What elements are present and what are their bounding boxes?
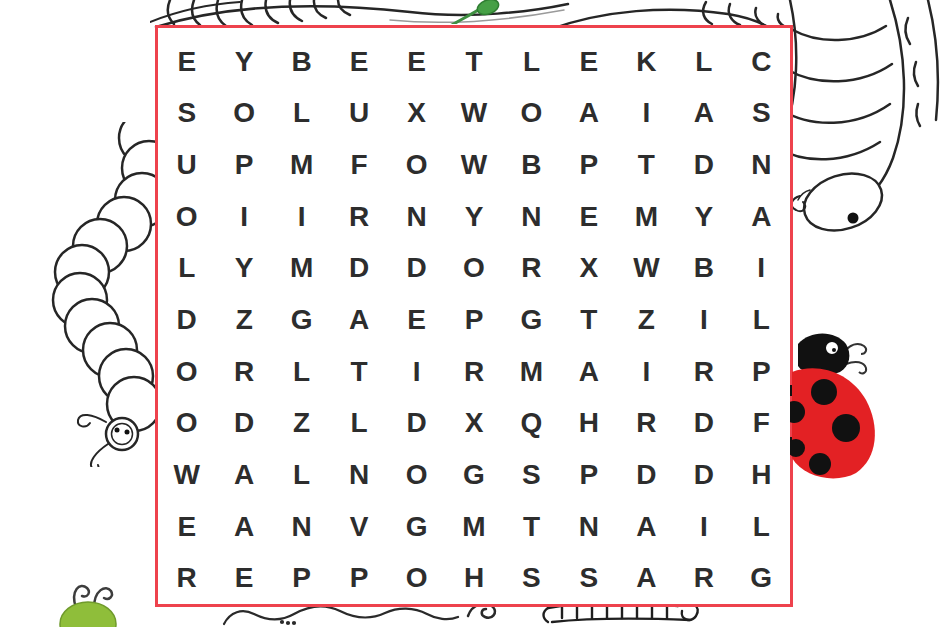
grid-cell[interactable]: I <box>618 88 675 140</box>
grid-cell[interactable]: P <box>445 294 502 346</box>
grid-cell[interactable]: H <box>560 397 617 449</box>
grid-cell[interactable]: L <box>273 346 330 398</box>
grid-cell[interactable]: W <box>445 88 502 140</box>
grid-cell[interactable]: T <box>445 36 502 88</box>
caterpillar-top-left-icon <box>150 0 570 28</box>
grid-cell[interactable]: D <box>675 397 732 449</box>
grid-cell[interactable]: L <box>733 501 790 553</box>
grid-cell[interactable]: A <box>560 88 617 140</box>
grid-cell[interactable]: V <box>330 501 387 553</box>
grid-cell[interactable]: T <box>330 346 387 398</box>
grid-cell[interactable]: A <box>560 346 617 398</box>
grid-cell[interactable]: B <box>675 243 732 295</box>
grid-cell[interactable]: W <box>445 139 502 191</box>
grid-cell[interactable]: X <box>560 243 617 295</box>
grid-cell[interactable]: D <box>330 243 387 295</box>
word-search-grid: EYBEETLEKLCSOLUXWOAIASUPMFOWBPTDNOIIRNYN… <box>155 25 793 607</box>
grid-cell[interactable]: O <box>158 191 215 243</box>
grid-cell[interactable]: M <box>503 346 560 398</box>
grid-cell[interactable]: L <box>675 36 732 88</box>
grid-cell[interactable]: N <box>330 449 387 501</box>
grid-cell[interactable]: N <box>388 191 445 243</box>
grid-cell[interactable]: L <box>503 36 560 88</box>
grid-cell[interactable]: P <box>330 552 387 604</box>
sprout-icon <box>440 0 500 24</box>
grid-cell[interactable]: O <box>388 449 445 501</box>
green-bug-head-icon <box>48 580 126 627</box>
grid-cell[interactable]: W <box>158 449 215 501</box>
grid-cell[interactable]: M <box>273 243 330 295</box>
grid-cell[interactable]: S <box>503 552 560 604</box>
grid-cell[interactable]: E <box>215 552 272 604</box>
grid-cell[interactable]: G <box>445 449 502 501</box>
grid-cell[interactable]: I <box>733 243 790 295</box>
grid-cell[interactable]: R <box>330 191 387 243</box>
word-search-puzzle: EYBEETLEKLCSOLUXWOAIASUPMFOWBPTDNOIIRNYN… <box>0 0 940 627</box>
grid-cell[interactable]: Q <box>503 397 560 449</box>
grid-cell[interactable]: D <box>215 397 272 449</box>
grid-cell[interactable]: G <box>388 501 445 553</box>
grid-cell[interactable]: R <box>675 346 732 398</box>
grid-cell[interactable]: I <box>618 346 675 398</box>
ladybird-icon <box>790 326 890 486</box>
grid-cell[interactable]: T <box>560 294 617 346</box>
grid-cell[interactable]: R <box>503 243 560 295</box>
grid-cell[interactable]: O <box>445 243 502 295</box>
grid-cell[interactable]: Y <box>445 191 502 243</box>
grid-cell[interactable]: L <box>158 243 215 295</box>
grid-cell[interactable]: I <box>388 346 445 398</box>
grid-cell[interactable]: H <box>445 552 502 604</box>
grid-cell[interactable]: N <box>273 501 330 553</box>
grid-cell[interactable]: I <box>215 191 272 243</box>
grid-cell[interactable]: R <box>158 552 215 604</box>
grid-cell[interactable]: L <box>733 294 790 346</box>
grid-cell[interactable]: O <box>503 88 560 140</box>
grid-cell[interactable]: S <box>733 88 790 140</box>
grid-cell[interactable]: F <box>330 139 387 191</box>
grid-cell[interactable]: A <box>618 501 675 553</box>
grid-cell[interactable]: W <box>618 243 675 295</box>
grid-cell[interactable]: O <box>158 346 215 398</box>
grid-cell[interactable]: D <box>675 449 732 501</box>
grid-cell[interactable]: D <box>388 397 445 449</box>
fuzzy-caterpillar-icon <box>46 122 170 467</box>
grid-cell[interactable]: E <box>330 36 387 88</box>
grid-cell[interactable]: D <box>675 139 732 191</box>
grid-cell[interactable]: A <box>215 501 272 553</box>
grid-cell[interactable]: R <box>445 346 502 398</box>
grid-cell[interactable]: N <box>560 501 617 553</box>
grid-cell[interactable]: X <box>445 397 502 449</box>
grid-cell[interactable]: B <box>273 36 330 88</box>
grid-cell[interactable]: B <box>503 139 560 191</box>
grid-cell[interactable]: O <box>158 397 215 449</box>
grid-cell[interactable]: D <box>158 294 215 346</box>
grid-cell[interactable]: I <box>675 501 732 553</box>
grid-cell[interactable]: E <box>560 36 617 88</box>
grid-cell[interactable]: D <box>618 449 675 501</box>
grid-cell[interactable]: E <box>388 294 445 346</box>
grid-cell[interactable]: C <box>733 36 790 88</box>
grid-cell[interactable]: M <box>273 139 330 191</box>
grid-cell[interactable]: U <box>158 139 215 191</box>
grid-cell[interactable]: P <box>560 449 617 501</box>
grid-cell[interactable]: O <box>388 139 445 191</box>
grid-cell[interactable]: A <box>733 191 790 243</box>
grid-cell[interactable]: P <box>560 139 617 191</box>
grid-cell[interactable]: A <box>618 552 675 604</box>
grid-cell[interactable]: L <box>330 397 387 449</box>
grid-cell[interactable]: S <box>158 88 215 140</box>
grid-cell[interactable]: G <box>273 294 330 346</box>
grid-cell[interactable]: G <box>503 294 560 346</box>
grid-cell[interactable]: Y <box>215 36 272 88</box>
grid-cell[interactable]: F <box>733 397 790 449</box>
grid-cell[interactable]: D <box>388 243 445 295</box>
grid-cell[interactable]: Z <box>273 397 330 449</box>
grid-cell[interactable]: E <box>560 191 617 243</box>
grid-cell[interactable]: I <box>675 294 732 346</box>
grid-cell[interactable]: G <box>733 552 790 604</box>
grid-cell[interactable]: R <box>215 346 272 398</box>
grid-cell[interactable]: T <box>618 139 675 191</box>
grid-cell[interactable]: L <box>273 449 330 501</box>
grid-cell[interactable]: L <box>273 88 330 140</box>
grid-cell[interactable]: X <box>388 88 445 140</box>
grid-cell[interactable]: U <box>330 88 387 140</box>
grid-cell[interactable]: O <box>388 552 445 604</box>
grid-cell[interactable]: R <box>675 552 732 604</box>
grid-cell[interactable]: T <box>503 501 560 553</box>
grid-cell[interactable]: N <box>733 139 790 191</box>
grid-cell[interactable]: P <box>215 139 272 191</box>
grid-cell[interactable]: P <box>733 346 790 398</box>
grid-cell[interactable]: O <box>215 88 272 140</box>
grid-cell[interactable]: A <box>675 88 732 140</box>
grid-cell[interactable]: E <box>158 501 215 553</box>
grid-cell[interactable]: A <box>215 449 272 501</box>
grid-cell[interactable]: K <box>618 36 675 88</box>
grid-cell[interactable]: E <box>158 36 215 88</box>
grid-cell[interactable]: S <box>560 552 617 604</box>
grid-cell[interactable]: Z <box>618 294 675 346</box>
grid-cell[interactable]: Z <box>215 294 272 346</box>
grid-cell[interactable]: M <box>445 501 502 553</box>
grid-cell[interactable]: E <box>388 36 445 88</box>
grid-cell[interactable]: M <box>618 191 675 243</box>
grid-cell[interactable]: A <box>330 294 387 346</box>
grid-cell[interactable]: Y <box>215 243 272 295</box>
grid-cell[interactable]: P <box>273 552 330 604</box>
grid-cell[interactable]: Y <box>675 191 732 243</box>
grid-cell[interactable]: R <box>618 397 675 449</box>
grid-cell[interactable]: N <box>503 191 560 243</box>
grid-cell[interactable]: S <box>503 449 560 501</box>
grid-cell[interactable]: H <box>733 449 790 501</box>
grid-cell[interactable]: I <box>273 191 330 243</box>
